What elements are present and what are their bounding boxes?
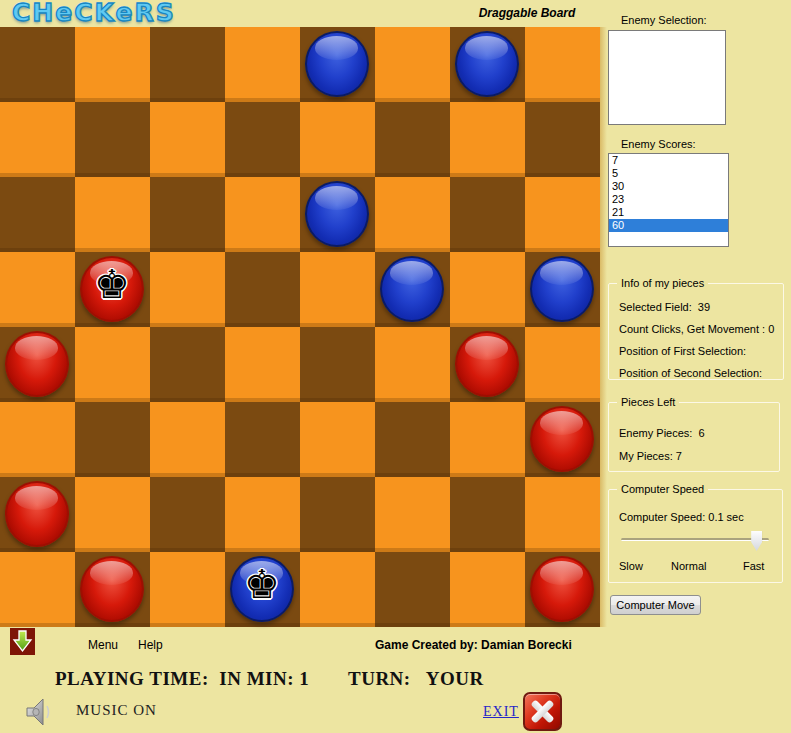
checkers-board[interactable]: ♚♚ [0, 27, 600, 627]
computer-speed-value: Computer Speed: 0.1 sec [619, 511, 744, 523]
board-cell-r7c5[interactable] [375, 552, 450, 627]
enemy-scores-label: Enemy Scores: [621, 138, 696, 150]
board-cell-r6c4[interactable] [300, 477, 375, 552]
board-cell-r4c1[interactable] [75, 327, 150, 402]
help-item[interactable]: Help [138, 638, 163, 652]
board-cell-r0c1[interactable] [75, 27, 150, 102]
menu-item[interactable]: Menu [88, 638, 118, 652]
checker-blue[interactable] [380, 256, 444, 322]
board-cell-r4c2[interactable] [150, 327, 225, 402]
board-cell-r7c4[interactable] [300, 552, 375, 627]
enemy-selection-label: Enemy Selection: [621, 14, 707, 26]
board-cell-r3c6[interactable] [450, 252, 525, 327]
computer-speed-title: Computer Speed [617, 483, 708, 495]
board-cell-r3c2[interactable] [150, 252, 225, 327]
app-logo: CHeCKeRS [12, 0, 176, 27]
checker-blue-king[interactable]: ♚ [230, 556, 294, 622]
close-x-button[interactable] [523, 692, 562, 731]
board-cell-r1c2[interactable] [150, 102, 225, 177]
board-cell-r7c0[interactable] [0, 552, 75, 627]
checker-red[interactable] [5, 331, 69, 397]
computer-speed-group: Computer Speed Computer Speed: 0.1 sec S… [608, 489, 783, 583]
board-shadow [600, 27, 607, 627]
pieces-left-title: Pieces Left [617, 396, 679, 408]
board-cell-r4c6[interactable] [450, 327, 525, 402]
board-cell-r2c4[interactable] [300, 177, 375, 252]
board-cell-r0c3[interactable] [225, 27, 300, 102]
board-cell-r0c0[interactable] [0, 27, 75, 102]
board-cell-r0c6[interactable] [450, 27, 525, 102]
slider-label-slow: Slow [619, 560, 643, 572]
board-cell-r2c5[interactable] [375, 177, 450, 252]
score-item[interactable]: 23 [609, 193, 728, 206]
board-cell-r2c6[interactable] [450, 177, 525, 252]
checker-red[interactable] [455, 331, 519, 397]
board-cell-r2c3[interactable] [225, 177, 300, 252]
board-cell-r7c7[interactable] [525, 552, 600, 627]
board-cell-r0c7[interactable] [525, 27, 600, 102]
count-clicks-text: Count Clicks, Get Movement : 0 [619, 323, 774, 335]
score-item[interactable]: 30 [609, 180, 728, 193]
enemy-scores-listbox[interactable]: 7530232160 [608, 153, 729, 247]
second-selection-text: Position of Second Selection: [619, 367, 762, 379]
board-cell-r4c7[interactable] [525, 327, 600, 402]
selected-field-text: Selected Field: 39 [619, 301, 710, 313]
music-status-text[interactable]: MUSIC ON [76, 702, 157, 719]
king-crown-icon: ♚ [232, 553, 292, 615]
score-item[interactable]: 7 [609, 154, 728, 167]
checker-red-king[interactable]: ♚ [80, 256, 144, 322]
board-cell-r1c0[interactable] [0, 102, 75, 177]
board-cell-r5c0[interactable] [0, 402, 75, 477]
board-cell-r4c4[interactable] [300, 327, 375, 402]
playing-time-text: PLAYING TIME: IN MIN: 1 [55, 668, 309, 690]
board-cell-r6c1[interactable] [75, 477, 150, 552]
speed-slider-thumb[interactable] [751, 531, 762, 551]
download-arrow-icon[interactable] [10, 628, 35, 655]
checker-red[interactable] [530, 556, 594, 622]
board-cell-r5c7[interactable] [525, 402, 600, 477]
board-cell-r6c2[interactable] [150, 477, 225, 552]
turn-indicator: TURN: YOUR [348, 668, 484, 690]
board-cell-r5c5[interactable] [375, 402, 450, 477]
board-cell-r2c2[interactable] [150, 177, 225, 252]
first-selection-text: Position of First Selection: [619, 345, 746, 357]
app-window: CHeCKeRS Draggable Board ♚♚ Enemy Select… [0, 0, 791, 733]
board-cell-r6c5[interactable] [375, 477, 450, 552]
board-cell-r1c4[interactable] [300, 102, 375, 177]
enemy-selection-listbox[interactable] [608, 30, 726, 125]
board-cell-r7c1[interactable] [75, 552, 150, 627]
my-pieces-count: My Pieces: 7 [619, 450, 682, 462]
board-cell-r3c3[interactable] [225, 252, 300, 327]
board-cell-r4c5[interactable] [375, 327, 450, 402]
board-cell-r1c5[interactable] [375, 102, 450, 177]
checker-blue[interactable] [455, 31, 519, 97]
slider-label-normal: Normal [671, 560, 706, 572]
speed-slider-track[interactable] [621, 538, 769, 541]
board-cell-r5c4[interactable] [300, 402, 375, 477]
board-cell-r7c6[interactable] [450, 552, 525, 627]
board-cell-r1c3[interactable] [225, 102, 300, 177]
board-cell-r3c1[interactable]: ♚ [75, 252, 150, 327]
board-cell-r5c2[interactable] [150, 402, 225, 477]
board-cell-r4c3[interactable] [225, 327, 300, 402]
board-cell-r7c3[interactable]: ♚ [225, 552, 300, 627]
board-cell-r5c1[interactable] [75, 402, 150, 477]
board-cell-r0c2[interactable] [150, 27, 225, 102]
checker-red[interactable] [530, 406, 594, 472]
score-item[interactable]: 21 [609, 206, 728, 219]
board-cell-r3c0[interactable] [0, 252, 75, 327]
board-cell-r1c1[interactable] [75, 102, 150, 177]
board-cell-r4c0[interactable] [0, 327, 75, 402]
board-cell-r3c7[interactable] [525, 252, 600, 327]
computer-move-button[interactable]: Computer Move [610, 595, 701, 615]
board-cell-r2c0[interactable] [0, 177, 75, 252]
enemy-pieces-count: Enemy Pieces: 6 [619, 427, 705, 439]
board-cell-r2c7[interactable] [525, 177, 600, 252]
info-group-title: Info of my pieces [617, 277, 708, 289]
pieces-left-group: Pieces Left Enemy Pieces: 6 My Pieces: 7 [608, 402, 780, 472]
checker-red[interactable] [5, 481, 69, 547]
credit-text: Game Created by: Damian Borecki [375, 638, 572, 652]
checker-blue[interactable] [305, 31, 369, 97]
board-cell-r6c7[interactable] [525, 477, 600, 552]
board-cell-r2c1[interactable] [75, 177, 150, 252]
king-crown-icon: ♚ [82, 253, 142, 315]
board-cell-r1c7[interactable] [525, 102, 600, 177]
board-cell-r5c6[interactable] [450, 402, 525, 477]
info-of-my-pieces-group: Info of my pieces Selected Field: 39 Cou… [608, 283, 784, 380]
board-cell-r5c3[interactable] [225, 402, 300, 477]
score-item[interactable]: 5 [609, 167, 728, 180]
board-cell-r0c4[interactable] [300, 27, 375, 102]
exit-link[interactable]: EXIT [483, 704, 519, 720]
board-cell-r1c6[interactable] [450, 102, 525, 177]
draggable-board-label: Draggable Board [477, 6, 577, 20]
checker-blue[interactable] [530, 256, 594, 322]
score-item[interactable]: 60 [609, 219, 728, 232]
board-cell-r6c0[interactable] [0, 477, 75, 552]
speaker-icon[interactable] [22, 694, 58, 733]
checker-blue[interactable] [305, 181, 369, 247]
checker-red[interactable] [80, 556, 144, 622]
board-cell-r6c3[interactable] [225, 477, 300, 552]
slider-label-fast: Fast [743, 560, 764, 572]
board-cell-r3c4[interactable] [300, 252, 375, 327]
board-cell-r3c5[interactable] [375, 252, 450, 327]
board-cell-r6c6[interactable] [450, 477, 525, 552]
board-cell-r7c2[interactable] [150, 552, 225, 627]
board-cell-r0c5[interactable] [375, 27, 450, 102]
